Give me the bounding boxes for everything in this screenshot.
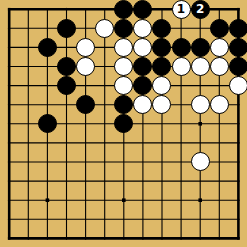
- board-intersection[interactable]: [229, 152, 247, 171]
- board-intersection[interactable]: 1: [172, 0, 191, 19]
- board-intersection[interactable]: [152, 191, 171, 210]
- board-intersection[interactable]: [133, 95, 152, 114]
- stone-white: [152, 95, 171, 114]
- board-intersection[interactable]: [229, 19, 247, 38]
- board-intersection[interactable]: [0, 76, 19, 95]
- board-intersection[interactable]: [76, 76, 95, 95]
- stone-black: [133, 57, 152, 76]
- board-intersection[interactable]: [191, 114, 210, 133]
- stone-black: [152, 19, 171, 38]
- board-intersection[interactable]: [38, 57, 57, 76]
- board-intersection[interactable]: [0, 19, 19, 38]
- board-intersection[interactable]: [38, 229, 57, 247]
- board-intersection[interactable]: [57, 38, 76, 57]
- board-intersection[interactable]: [152, 38, 171, 57]
- stone-black: [133, 0, 152, 19]
- board-intersection[interactable]: [210, 0, 229, 19]
- board-intersection[interactable]: [191, 19, 210, 38]
- stone-black: [38, 114, 57, 133]
- board-intersection[interactable]: [229, 133, 247, 152]
- board-intersection[interactable]: [0, 133, 19, 152]
- board-intersection[interactable]: [114, 76, 133, 95]
- board-intersection[interactable]: 2: [191, 0, 210, 19]
- board-intersection[interactable]: [76, 133, 95, 152]
- board-intersection[interactable]: [76, 19, 95, 38]
- stone-black: [133, 76, 152, 95]
- board-intersection[interactable]: [19, 57, 38, 76]
- board-intersection[interactable]: [210, 191, 229, 210]
- stone-white: [95, 19, 114, 38]
- board-intersection[interactable]: [76, 152, 95, 171]
- board-intersection[interactable]: [38, 95, 57, 114]
- board-intersection[interactable]: [210, 76, 229, 95]
- board-intersection[interactable]: [191, 229, 210, 247]
- board-intersection[interactable]: [114, 95, 133, 114]
- board-intersection[interactable]: [133, 19, 152, 38]
- board-intersection[interactable]: [191, 210, 210, 229]
- board-intersection[interactable]: [133, 210, 152, 229]
- board-intersection[interactable]: [229, 210, 247, 229]
- board-intersection[interactable]: [57, 229, 76, 247]
- board-intersection[interactable]: [229, 191, 247, 210]
- board-intersection[interactable]: [57, 172, 76, 191]
- board-intersection[interactable]: [133, 229, 152, 247]
- board-intersection[interactable]: [133, 114, 152, 133]
- board-intersection[interactable]: [114, 114, 133, 133]
- stone-white: [210, 57, 229, 76]
- board-intersection[interactable]: [210, 152, 229, 171]
- board-intersection[interactable]: [76, 172, 95, 191]
- board-intersection[interactable]: [95, 38, 114, 57]
- stone-black: [229, 19, 247, 38]
- stone-black: [172, 38, 191, 57]
- board-intersection[interactable]: [114, 172, 133, 191]
- board-intersection[interactable]: [229, 57, 247, 76]
- board-intersection[interactable]: [172, 95, 191, 114]
- board-intersection[interactable]: [172, 152, 191, 171]
- move-number-label: 2: [196, 3, 204, 15]
- board-intersection[interactable]: [76, 191, 95, 210]
- board-intersection[interactable]: [229, 229, 247, 247]
- board-intersection[interactable]: [95, 229, 114, 247]
- stone-black: [114, 0, 133, 19]
- board-intersection[interactable]: [95, 114, 114, 133]
- board-intersection[interactable]: [19, 133, 38, 152]
- board-intersection[interactable]: [95, 191, 114, 210]
- board-intersection[interactable]: [210, 114, 229, 133]
- stone-black: [152, 38, 171, 57]
- board-intersection[interactable]: [57, 95, 76, 114]
- stone-black: [114, 19, 133, 38]
- board-intersection[interactable]: [95, 152, 114, 171]
- stone-white: [191, 152, 210, 171]
- board-intersection[interactable]: [19, 191, 38, 210]
- board-intersection[interactable]: [114, 38, 133, 57]
- board-intersection[interactable]: [19, 172, 38, 191]
- board-intersection[interactable]: [172, 172, 191, 191]
- board-intersection[interactable]: [172, 133, 191, 152]
- board-intersections: 12: [0, 0, 247, 247]
- board-intersection[interactable]: [38, 0, 57, 19]
- board-intersection[interactable]: [152, 0, 171, 19]
- move-number-label: 1: [177, 3, 185, 15]
- board-intersection[interactable]: [19, 38, 38, 57]
- stone-black: [229, 57, 247, 76]
- board-intersection[interactable]: [152, 57, 171, 76]
- board-intersection[interactable]: [191, 133, 210, 152]
- board-intersection[interactable]: [76, 38, 95, 57]
- board-intersection[interactable]: [210, 172, 229, 191]
- stone-white: [191, 95, 210, 114]
- board-intersection[interactable]: [95, 76, 114, 95]
- board-intersection[interactable]: [191, 38, 210, 57]
- board-intersection[interactable]: [76, 95, 95, 114]
- board-intersection[interactable]: [152, 19, 171, 38]
- board-intersection[interactable]: [0, 57, 19, 76]
- board-intersection[interactable]: [152, 76, 171, 95]
- stone-white: [172, 57, 191, 76]
- board-intersection[interactable]: [210, 95, 229, 114]
- board-intersection[interactable]: [229, 0, 247, 19]
- board-intersection[interactable]: [229, 76, 247, 95]
- board-intersection[interactable]: [114, 229, 133, 247]
- board-intersection[interactable]: [152, 210, 171, 229]
- board-intersection[interactable]: [133, 38, 152, 57]
- board-intersection[interactable]: [95, 57, 114, 76]
- stone-white: 1: [172, 0, 191, 19]
- board-intersection[interactable]: [19, 114, 38, 133]
- board-intersection[interactable]: [57, 0, 76, 19]
- board-intersection[interactable]: [57, 76, 76, 95]
- stone-black: [57, 76, 76, 95]
- board-intersection[interactable]: [57, 210, 76, 229]
- stone-white: [229, 76, 247, 95]
- stone-black: [76, 95, 95, 114]
- board-intersection[interactable]: [38, 133, 57, 152]
- stone-black: [57, 19, 76, 38]
- board-intersection[interactable]: [133, 0, 152, 19]
- board-intersection[interactable]: [0, 152, 19, 171]
- board-intersection[interactable]: [19, 210, 38, 229]
- stone-black: [191, 38, 210, 57]
- board-intersection[interactable]: [95, 19, 114, 38]
- stone-white: [133, 38, 152, 57]
- board-intersection[interactable]: [229, 38, 247, 57]
- board-intersection[interactable]: [191, 172, 210, 191]
- stone-black: [57, 57, 76, 76]
- board-intersection[interactable]: [57, 152, 76, 171]
- board-intersection[interactable]: [38, 114, 57, 133]
- board-intersection[interactable]: [38, 76, 57, 95]
- stone-black: [210, 19, 229, 38]
- board-intersection[interactable]: [38, 191, 57, 210]
- board-intersection[interactable]: [114, 57, 133, 76]
- board-intersection[interactable]: [229, 95, 247, 114]
- board-intersection[interactable]: [57, 191, 76, 210]
- board-intersection[interactable]: [0, 114, 19, 133]
- board-intersection[interactable]: [76, 114, 95, 133]
- board-intersection[interactable]: [152, 95, 171, 114]
- board-intersection[interactable]: [191, 152, 210, 171]
- board-intersection[interactable]: [133, 133, 152, 152]
- board-intersection[interactable]: [95, 210, 114, 229]
- board-intersection[interactable]: [133, 152, 152, 171]
- board-intersection[interactable]: [19, 0, 38, 19]
- board-intersection[interactable]: [0, 95, 19, 114]
- board-intersection[interactable]: [152, 133, 171, 152]
- board-intersection[interactable]: [0, 191, 19, 210]
- board-intersection[interactable]: [229, 114, 247, 133]
- board-intersection[interactable]: [38, 210, 57, 229]
- stone-black: [114, 95, 133, 114]
- board-intersection[interactable]: [191, 95, 210, 114]
- stone-white: [114, 57, 133, 76]
- board-intersection[interactable]: [76, 57, 95, 76]
- board-intersection[interactable]: [114, 191, 133, 210]
- board-intersection[interactable]: [95, 172, 114, 191]
- stone-black: [229, 38, 247, 57]
- board-intersection[interactable]: [38, 19, 57, 38]
- stone-white: [114, 76, 133, 95]
- board-intersection[interactable]: [19, 152, 38, 171]
- board-intersection[interactable]: [0, 229, 19, 247]
- board-intersection[interactable]: [172, 57, 191, 76]
- board-intersection[interactable]: [152, 229, 171, 247]
- board-intersection[interactable]: [210, 133, 229, 152]
- stone-white: [210, 38, 229, 57]
- board-intersection[interactable]: [57, 114, 76, 133]
- board-intersection[interactable]: [57, 57, 76, 76]
- stone-white: [152, 76, 171, 95]
- board-intersection[interactable]: [114, 210, 133, 229]
- stone-white: [76, 38, 95, 57]
- board-intersection[interactable]: [210, 19, 229, 38]
- board-intersection[interactable]: [114, 133, 133, 152]
- stone-white: [114, 38, 133, 57]
- board-intersection[interactable]: [210, 229, 229, 247]
- board-intersection[interactable]: [95, 95, 114, 114]
- board-intersection[interactable]: [172, 229, 191, 247]
- board-intersection[interactable]: [172, 114, 191, 133]
- board-intersection[interactable]: [0, 210, 19, 229]
- board-intersection[interactable]: [133, 76, 152, 95]
- board-intersection[interactable]: [95, 0, 114, 19]
- stone-white: [191, 57, 210, 76]
- board-intersection[interactable]: [0, 38, 19, 57]
- board-intersection[interactable]: [210, 57, 229, 76]
- stone-black: [152, 57, 171, 76]
- board-intersection[interactable]: [19, 95, 38, 114]
- board-intersection[interactable]: [76, 229, 95, 247]
- board-intersection[interactable]: [76, 0, 95, 19]
- board-intersection[interactable]: [210, 38, 229, 57]
- board-intersection[interactable]: [133, 191, 152, 210]
- board-intersection[interactable]: [38, 152, 57, 171]
- board-intersection[interactable]: [152, 114, 171, 133]
- board-intersection[interactable]: [38, 172, 57, 191]
- board-intersection[interactable]: [152, 172, 171, 191]
- board-intersection[interactable]: [19, 19, 38, 38]
- go-board: 12: [0, 0, 247, 247]
- board-intersection[interactable]: [114, 19, 133, 38]
- stone-white: [133, 95, 152, 114]
- board-intersection[interactable]: [95, 133, 114, 152]
- stone-black: [114, 114, 133, 133]
- board-intersection[interactable]: [114, 152, 133, 171]
- board-intersection[interactable]: [0, 172, 19, 191]
- board-intersection[interactable]: [191, 76, 210, 95]
- board-intersection[interactable]: [172, 38, 191, 57]
- board-intersection[interactable]: [172, 19, 191, 38]
- board-intersection[interactable]: [0, 0, 19, 19]
- board-intersection[interactable]: [229, 172, 247, 191]
- board-intersection[interactable]: [191, 57, 210, 76]
- board-intersection[interactable]: [38, 38, 57, 57]
- board-intersection[interactable]: [76, 210, 95, 229]
- stone-white: [133, 19, 152, 38]
- board-intersection[interactable]: [133, 172, 152, 191]
- board-intersection[interactable]: [57, 133, 76, 152]
- board-intersection[interactable]: [19, 76, 38, 95]
- stone-white: [76, 57, 95, 76]
- stone-white: [210, 95, 229, 114]
- board-intersection[interactable]: [172, 191, 191, 210]
- board-intersection[interactable]: [172, 210, 191, 229]
- stone-black: [38, 38, 57, 57]
- board-intersection[interactable]: [133, 57, 152, 76]
- board-intersection[interactable]: [191, 191, 210, 210]
- board-intersection[interactable]: [152, 152, 171, 171]
- board-intersection[interactable]: [57, 19, 76, 38]
- stone-black: 2: [191, 0, 210, 19]
- board-intersection[interactable]: [19, 229, 38, 247]
- board-intersection[interactable]: [114, 0, 133, 19]
- board-intersection[interactable]: [210, 210, 229, 229]
- board-intersection[interactable]: [172, 76, 191, 95]
